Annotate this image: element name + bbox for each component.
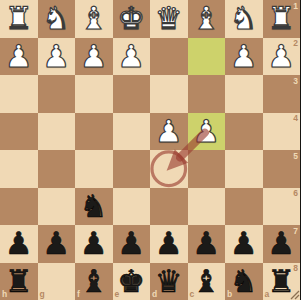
square-d1[interactable]: ♛ [150,0,188,38]
square-g1[interactable]: ♞ [38,0,76,38]
square-d7[interactable]: ♟ [150,225,188,263]
piece-white-rook[interactable]: ♜ [5,0,33,38]
piece-white-pawn[interactable]: ♟ [267,38,295,76]
piece-black-rook[interactable]: ♜ [5,263,33,300]
piece-black-pawn[interactable]: ♟ [267,225,295,263]
piece-white-pawn[interactable]: ♟ [5,38,33,76]
square-h8[interactable]: ♜ [0,263,38,300]
piece-black-bishop[interactable]: ♝ [192,263,220,300]
square-g8[interactable] [38,263,76,300]
square-h1[interactable]: ♜ [0,0,38,38]
square-f8[interactable]: ♝ [75,263,113,300]
piece-white-pawn[interactable]: ♟ [230,38,258,76]
square-b8[interactable]: ♞ [225,263,263,300]
square-g7[interactable]: ♟ [38,225,76,263]
square-e1[interactable]: ♚ [113,0,151,38]
square-f7[interactable]: ♟ [75,225,113,263]
square-a1[interactable]: ♜ [263,0,301,38]
piece-black-pawn[interactable]: ♟ [42,225,70,263]
square-g6[interactable] [38,188,76,226]
square-d5[interactable] [150,150,188,188]
square-g2[interactable]: ♟ [38,38,76,76]
square-f2[interactable]: ♟ [75,38,113,76]
square-c4[interactable]: ♟ [188,113,226,151]
square-e2[interactable]: ♟ [113,38,151,76]
piece-white-pawn[interactable]: ♟ [192,113,220,151]
square-b4[interactable] [225,113,263,151]
resize-handle-line [295,295,299,299]
piece-white-queen[interactable]: ♛ [155,0,183,38]
square-a7[interactable]: ♟ [263,225,301,263]
square-b1[interactable]: ♞ [225,0,263,38]
square-h5[interactable] [0,150,38,188]
square-c6[interactable] [188,188,226,226]
square-e6[interactable] [113,188,151,226]
piece-white-pawn[interactable]: ♟ [80,38,108,76]
square-a5[interactable] [263,150,301,188]
resize-handle-line [291,291,299,299]
square-e7[interactable]: ♟ [113,225,151,263]
square-a6[interactable] [263,188,301,226]
square-a2[interactable]: ♟ [263,38,301,76]
square-f6[interactable]: ♞ [75,188,113,226]
piece-white-king[interactable]: ♚ [117,0,145,38]
piece-black-king[interactable]: ♚ [117,263,145,300]
square-b3[interactable] [225,75,263,113]
piece-black-pawn[interactable]: ♟ [155,225,183,263]
piece-white-pawn[interactable]: ♟ [117,38,145,76]
square-c3[interactable] [188,75,226,113]
piece-black-knight[interactable]: ♞ [80,188,108,226]
square-c8[interactable]: ♝ [188,263,226,300]
piece-white-knight[interactable]: ♞ [230,0,258,38]
square-f5[interactable] [75,150,113,188]
square-e8[interactable]: ♚ [113,263,151,300]
square-d6[interactable] [150,188,188,226]
square-a4[interactable] [263,113,301,151]
piece-black-pawn[interactable]: ♟ [80,225,108,263]
piece-white-pawn[interactable]: ♟ [155,113,183,151]
piece-white-rook[interactable]: ♜ [267,0,295,38]
square-b6[interactable] [225,188,263,226]
square-b7[interactable]: ♟ [225,225,263,263]
piece-white-pawn[interactable]: ♟ [42,38,70,76]
square-e5[interactable] [113,150,151,188]
square-g3[interactable] [38,75,76,113]
piece-white-bishop[interactable]: ♝ [80,0,108,38]
square-e3[interactable] [113,75,151,113]
piece-white-knight[interactable]: ♞ [42,0,70,38]
resize-handle[interactable] [288,288,300,300]
square-e4[interactable] [113,113,151,151]
square-d2[interactable] [150,38,188,76]
square-d4[interactable]: ♟ [150,113,188,151]
piece-black-queen[interactable]: ♛ [155,263,183,300]
square-c2[interactable] [188,38,226,76]
square-f4[interactable] [75,113,113,151]
square-a3[interactable] [263,75,301,113]
board-squares: ♜♞♝♚♛♝♞♜♟♟♟♟♟♟♟♟♞♟♟♟♟♟♟♟♟♜♝♚♛♝♞♜ [0,0,300,300]
square-h3[interactable] [0,75,38,113]
square-d8[interactable]: ♛ [150,263,188,300]
piece-black-pawn[interactable]: ♟ [192,225,220,263]
square-g5[interactable] [38,150,76,188]
chess-board: ♜♞♝♚♛♝♞♜♟♟♟♟♟♟♟♟♞♟♟♟♟♟♟♟♟♜♝♚♛♝♞♜ hgfedcb… [0,0,300,300]
piece-white-bishop[interactable]: ♝ [192,0,220,38]
square-c5[interactable] [188,150,226,188]
piece-black-knight[interactable]: ♞ [230,263,258,300]
square-h2[interactable]: ♟ [0,38,38,76]
square-h6[interactable] [0,188,38,226]
square-f3[interactable] [75,75,113,113]
square-h7[interactable]: ♟ [0,225,38,263]
square-h4[interactable] [0,113,38,151]
square-d3[interactable] [150,75,188,113]
square-b2[interactable]: ♟ [225,38,263,76]
square-g4[interactable] [38,113,76,151]
square-f1[interactable]: ♝ [75,0,113,38]
square-b5[interactable] [225,150,263,188]
piece-black-pawn[interactable]: ♟ [230,225,258,263]
piece-black-pawn[interactable]: ♟ [117,225,145,263]
piece-black-pawn[interactable]: ♟ [5,225,33,263]
square-c1[interactable]: ♝ [188,0,226,38]
piece-black-bishop[interactable]: ♝ [80,263,108,300]
square-c7[interactable]: ♟ [188,225,226,263]
